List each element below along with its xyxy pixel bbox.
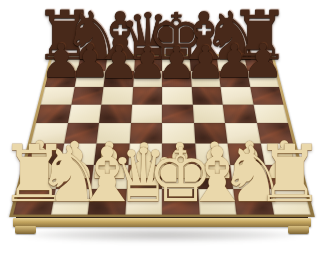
black-pawn[interactable]: ♟ [242,38,284,85]
chess-set-photo: ♜♞♝♛♚♝♞♜♟♟♟♟♟♟♟♟♟♟♟♟♟♟♟♟♜♞♝♛♚♝♞♜ [0,0,324,257]
white-rook[interactable]: ♜ [255,134,324,213]
pieces-layer: ♜♞♝♛♚♝♞♜♟♟♟♟♟♟♟♟♟♟♟♟♟♟♟♟♜♞♝♛♚♝♞♜ [0,0,324,257]
